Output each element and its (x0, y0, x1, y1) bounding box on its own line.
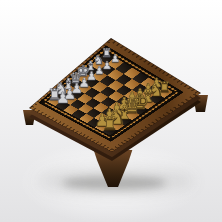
product-photo: ♜♟♞♟♝♟♚♟♛♟♟♝♜♟♟♞♞♟♟♜♝♟♟♚♟♛♟♝♟♞♟♜ (0, 0, 222, 222)
chess-board (29, 38, 201, 152)
